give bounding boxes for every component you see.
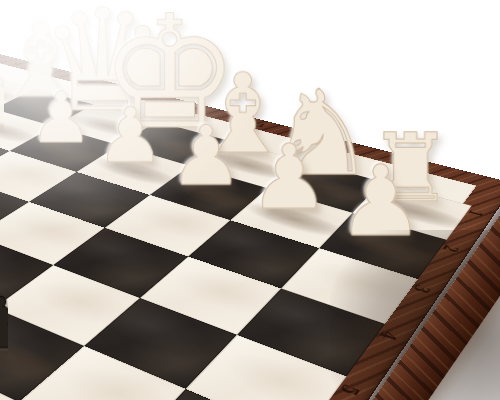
piece-white-pawn-c2: ♟ <box>0 72 26 131</box>
piece-white-pawn-d2: ♟ <box>30 86 93 151</box>
chess-set-photo: ♜♞♝♛♚♝♞♜♟♟♟♟♟♟♟♟♟ 12345678abcdefgh <box>0 0 500 400</box>
piece-white-pawn-e2: ♟ <box>96 101 164 171</box>
piece-black-pawn-f6: ♟ <box>0 291 32 356</box>
piece-white-pawn-g2: ♟ <box>249 137 329 220</box>
piece-white-pawn-f2: ♟ <box>169 118 243 194</box>
square-h5 <box>186 335 347 400</box>
